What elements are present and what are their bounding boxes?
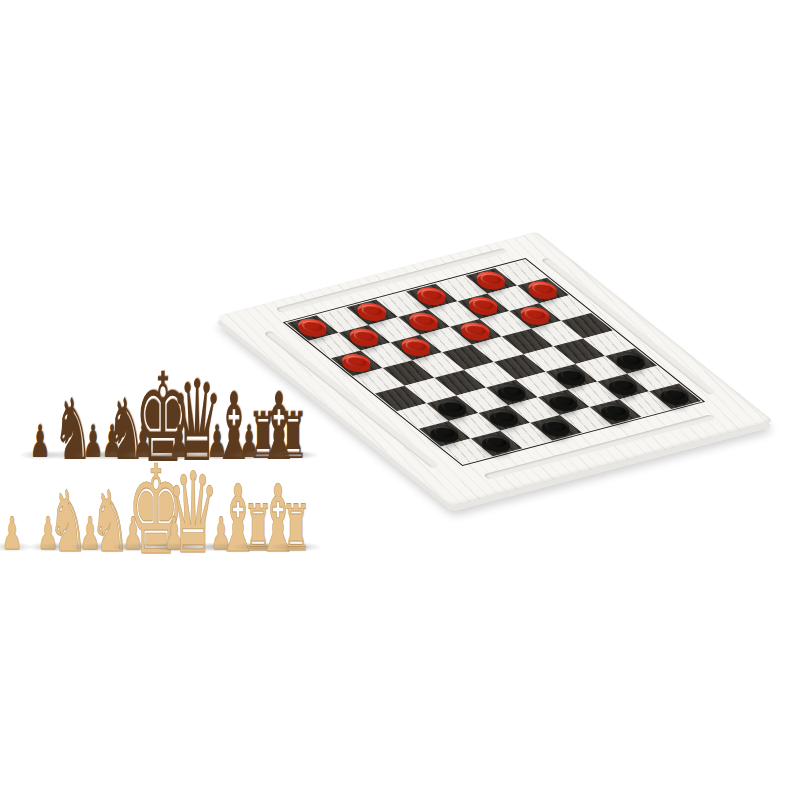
- light-rook[interactable]: ♜: [281, 496, 311, 560]
- light-pawn[interactable]: ♟: [2, 511, 23, 556]
- product-photo: ♟♞♟♟♞♟♚♟♛♟♝♟♜♝♜ ♟♟♞♟♞♟♚♟♛♟♝♜♝♜: [0, 0, 800, 800]
- chess-cluster-light: ♟♟♞♟♞♟♚♟♛♟♝♜♝♜: [0, 0, 800, 800]
